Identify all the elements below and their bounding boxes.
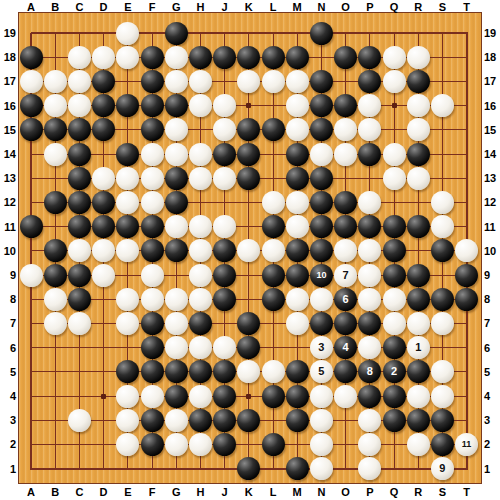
- stone-white-R13: [407, 167, 430, 190]
- stone-white-R18: [407, 46, 430, 69]
- coord-label-left-14: 14: [1, 148, 16, 160]
- stone-white-O14: [334, 143, 357, 166]
- coord-label-right-9: 9: [484, 269, 500, 281]
- stone-white-L17: [262, 70, 285, 93]
- stone-black-N12: [310, 191, 333, 214]
- coord-label-left-2: 2: [1, 438, 16, 450]
- stone-white-O4: [334, 385, 357, 408]
- coord-label-left-9: 9: [1, 269, 16, 281]
- coord-label-right-13: 13: [484, 172, 500, 184]
- stone-black-F15: [141, 118, 164, 141]
- stone-white-L10: [262, 239, 285, 262]
- stone-black-A15: [20, 118, 43, 141]
- coord-label-right-17: 17: [484, 75, 500, 87]
- move-number-7: 7: [343, 270, 349, 281]
- stone-white-O9: 7: [334, 264, 357, 287]
- stone-white-N8: [310, 288, 333, 311]
- coord-label-right-15: 15: [484, 124, 500, 136]
- star-point: [101, 394, 106, 399]
- stone-white-G17: [165, 70, 188, 93]
- stone-black-C12: [68, 191, 91, 214]
- stone-black-F5: [141, 360, 164, 383]
- coord-label-top-L: L: [265, 1, 281, 13]
- stone-black-K14: [237, 143, 260, 166]
- stone-black-J9: [213, 264, 236, 287]
- stone-white-B7: [44, 312, 67, 335]
- stone-black-P14: [358, 143, 381, 166]
- coord-label-right-3: 3: [484, 414, 500, 426]
- coord-label-top-T: T: [459, 1, 475, 13]
- stone-white-N4: [310, 385, 333, 408]
- coord-label-right-2: 2: [484, 438, 500, 450]
- stone-black-R17: [407, 70, 430, 93]
- stone-black-A16: [20, 94, 43, 117]
- stone-white-P3: [358, 409, 381, 432]
- stone-black-Q9: [383, 264, 406, 287]
- stone-black-J2: [213, 433, 236, 456]
- coord-label-bottom-N: N: [313, 486, 329, 498]
- stone-black-N9: 10: [310, 264, 333, 287]
- stone-black-M13: [286, 167, 309, 190]
- coord-label-bottom-S: S: [434, 486, 450, 498]
- stone-white-R2: [407, 433, 430, 456]
- stone-black-G13: [165, 167, 188, 190]
- coord-label-left-6: 6: [1, 342, 16, 354]
- coord-label-right-6: 6: [484, 342, 500, 354]
- stone-black-M3: [286, 409, 309, 432]
- stone-white-S16: [431, 94, 454, 117]
- stone-black-H3: [189, 409, 212, 432]
- coord-label-top-H: H: [192, 1, 208, 13]
- stone-black-L18: [262, 46, 285, 69]
- stone-black-F6: [141, 336, 164, 359]
- coord-label-right-7: 7: [484, 317, 500, 329]
- coord-label-top-A: A: [23, 1, 39, 13]
- coord-label-top-F: F: [144, 1, 160, 13]
- stone-white-J13: [213, 167, 236, 190]
- move-number-8: 8: [367, 366, 373, 377]
- coord-label-top-J: J: [217, 1, 233, 13]
- stone-white-N14: [310, 143, 333, 166]
- stone-white-M16: [286, 94, 309, 117]
- stone-white-A17: [20, 70, 43, 93]
- stone-white-B14: [44, 143, 67, 166]
- star-point: [392, 103, 397, 108]
- stone-black-N17: [310, 70, 333, 93]
- stone-white-B17: [44, 70, 67, 93]
- stone-white-C3: [68, 409, 91, 432]
- stone-black-D12: [92, 191, 115, 214]
- coord-label-bottom-T: T: [459, 486, 475, 498]
- stone-white-C18: [68, 46, 91, 69]
- stone-black-M14: [286, 143, 309, 166]
- stone-black-S2: [431, 433, 454, 456]
- stone-white-Q13: [383, 167, 406, 190]
- coord-label-bottom-J: J: [217, 486, 233, 498]
- stone-black-C11: [68, 215, 91, 238]
- stone-black-C9: [68, 264, 91, 287]
- stone-white-L12: [262, 191, 285, 214]
- stone-black-L8: [262, 288, 285, 311]
- stone-white-S1: 9: [431, 457, 454, 480]
- stone-white-L5: [262, 360, 285, 383]
- coord-label-bottom-M: M: [289, 486, 305, 498]
- stone-black-A11: [20, 215, 43, 238]
- stone-white-M7: [286, 312, 309, 335]
- stone-white-M15: [286, 118, 309, 141]
- stone-white-M8: [286, 288, 309, 311]
- stone-black-B12: [44, 191, 67, 214]
- stone-black-R8: [407, 288, 430, 311]
- stone-white-E19: [116, 22, 139, 45]
- stone-black-M5: [286, 360, 309, 383]
- stone-black-N11: [310, 215, 333, 238]
- stone-black-F16: [141, 94, 164, 117]
- stone-white-P9: [358, 264, 381, 287]
- coord-label-right-11: 11: [484, 221, 500, 233]
- coord-label-right-8: 8: [484, 293, 500, 305]
- coord-label-right-5: 5: [484, 366, 500, 378]
- stone-black-C14: [68, 143, 91, 166]
- stone-white-G18: [165, 46, 188, 69]
- move-number-2: 2: [391, 366, 397, 377]
- coord-label-left-18: 18: [1, 51, 16, 63]
- stone-white-D9: [92, 264, 115, 287]
- stone-white-G11: [165, 215, 188, 238]
- stone-black-L2: [262, 433, 285, 456]
- coord-label-top-R: R: [410, 1, 426, 13]
- stone-black-F3: [141, 409, 164, 432]
- stone-black-O18: [334, 46, 357, 69]
- coord-label-bottom-L: L: [265, 486, 281, 498]
- stone-white-Q8: [383, 288, 406, 311]
- coord-label-left-16: 16: [1, 100, 16, 112]
- coord-label-bottom-G: G: [168, 486, 184, 498]
- stone-white-F12: [141, 191, 164, 214]
- stone-black-N13: [310, 167, 333, 190]
- stone-black-S8: [431, 288, 454, 311]
- coord-label-left-17: 17: [1, 75, 16, 87]
- stone-white-C16: [68, 94, 91, 117]
- coord-label-top-P: P: [362, 1, 378, 13]
- stone-black-N16: [310, 94, 333, 117]
- coord-label-right-12: 12: [484, 196, 500, 208]
- go-diagram-screen: 1076341582119AABBCCDDEEFFGGHHJJKKLLMMNNO…: [0, 0, 500, 500]
- coord-label-bottom-R: R: [410, 486, 426, 498]
- coord-label-left-11: 11: [1, 221, 16, 233]
- stone-white-C17: [68, 70, 91, 93]
- coord-label-right-16: 16: [484, 100, 500, 112]
- stone-white-P8: [358, 288, 381, 311]
- stone-white-E8: [116, 288, 139, 311]
- stone-white-F14: [141, 143, 164, 166]
- stone-white-H6: [189, 336, 212, 359]
- stone-white-H2: [189, 433, 212, 456]
- stone-white-S11: [431, 215, 454, 238]
- stone-white-S7: [431, 312, 454, 335]
- coord-label-top-S: S: [434, 1, 450, 13]
- stone-black-T8: [455, 288, 478, 311]
- stone-black-F18: [141, 46, 164, 69]
- stone-black-A18: [20, 46, 43, 69]
- coord-label-left-10: 10: [1, 245, 16, 257]
- stone-black-G10: [165, 239, 188, 262]
- coord-label-right-18: 18: [484, 51, 500, 63]
- coord-label-left-13: 13: [1, 172, 16, 184]
- stone-white-G3: [165, 409, 188, 432]
- stone-white-D18: [92, 46, 115, 69]
- stone-black-T9: [455, 264, 478, 287]
- stone-white-G8: [165, 288, 188, 311]
- stone-white-F13: [141, 167, 164, 190]
- coord-label-bottom-H: H: [192, 486, 208, 498]
- stone-black-O8: 6: [334, 288, 357, 311]
- coord-label-bottom-E: E: [120, 486, 136, 498]
- stone-black-P18: [358, 46, 381, 69]
- coord-label-left-3: 3: [1, 414, 16, 426]
- coord-label-top-C: C: [71, 1, 87, 13]
- stone-white-H4: [189, 385, 212, 408]
- stone-black-G19: [165, 22, 188, 45]
- stone-black-N19: [310, 22, 333, 45]
- stone-black-K13: [237, 167, 260, 190]
- stone-black-L15: [262, 118, 285, 141]
- stone-white-R4: [407, 385, 430, 408]
- stone-black-Q11: [383, 215, 406, 238]
- stone-black-L11: [262, 215, 285, 238]
- stone-white-E3: [116, 409, 139, 432]
- stone-white-E18: [116, 46, 139, 69]
- coord-label-left-8: 8: [1, 293, 16, 305]
- stone-white-R15: [407, 118, 430, 141]
- stone-white-G7: [165, 312, 188, 335]
- stone-black-J3: [213, 409, 236, 432]
- stone-black-N7: [310, 312, 333, 335]
- stone-black-C8: [68, 288, 91, 311]
- coord-label-top-Q: Q: [386, 1, 402, 13]
- coord-label-left-4: 4: [1, 390, 16, 402]
- stone-white-G14: [165, 143, 188, 166]
- coord-label-top-K: K: [241, 1, 257, 13]
- stone-black-S3: [431, 409, 454, 432]
- move-number-5: 5: [318, 366, 324, 377]
- coord-label-right-1: 1: [484, 463, 500, 475]
- coord-label-bottom-A: A: [23, 486, 39, 498]
- stone-black-F11: [141, 215, 164, 238]
- stone-black-L4: [262, 385, 285, 408]
- coord-label-left-1: 1: [1, 463, 16, 475]
- grid-line-horizontal: [31, 32, 468, 34]
- stone-black-O7: [334, 312, 357, 335]
- coord-label-bottom-D: D: [96, 486, 112, 498]
- stone-white-N2: [310, 433, 333, 456]
- coord-label-left-19: 19: [1, 27, 16, 39]
- coord-label-right-10: 10: [484, 245, 500, 257]
- stone-white-H13: [189, 167, 212, 190]
- stone-white-A9: [20, 264, 43, 287]
- coord-label-top-O: O: [338, 1, 354, 13]
- coord-label-top-M: M: [289, 1, 305, 13]
- stone-white-B16: [44, 94, 67, 117]
- stone-white-R7: [407, 312, 430, 335]
- stone-white-G6: [165, 336, 188, 359]
- stone-black-J8: [213, 288, 236, 311]
- stone-black-P4: [358, 385, 381, 408]
- stone-black-K18: [237, 46, 260, 69]
- stone-black-J4: [213, 385, 236, 408]
- stone-black-G12: [165, 191, 188, 214]
- stone-white-T2: 11: [455, 433, 478, 456]
- stone-white-F9: [141, 264, 164, 287]
- coord-label-right-4: 4: [484, 390, 500, 402]
- move-number-4: 4: [343, 342, 349, 353]
- stone-black-L9: [262, 264, 285, 287]
- stone-black-F2: [141, 433, 164, 456]
- stone-black-Q3: [383, 409, 406, 432]
- stone-white-R6: 1: [407, 336, 430, 359]
- star-point: [246, 103, 251, 108]
- coord-label-top-D: D: [96, 1, 112, 13]
- stone-black-R3: [407, 409, 430, 432]
- stone-white-M17: [286, 70, 309, 93]
- stone-black-Q4: [383, 385, 406, 408]
- stone-white-Q14: [383, 143, 406, 166]
- stone-white-M12: [286, 191, 309, 214]
- stone-white-H9: [189, 264, 212, 287]
- stone-black-R9: [407, 264, 430, 287]
- coord-label-bottom-Q: Q: [386, 486, 402, 498]
- coord-label-bottom-B: B: [47, 486, 63, 498]
- stone-white-S4: [431, 385, 454, 408]
- stone-black-R11: [407, 215, 430, 238]
- stone-black-B9: [44, 264, 67, 287]
- coord-label-right-19: 19: [484, 27, 500, 39]
- stone-white-R16: [407, 94, 430, 117]
- coord-label-left-5: 5: [1, 366, 16, 378]
- stone-black-J18: [213, 46, 236, 69]
- stone-black-K3: [237, 409, 260, 432]
- stone-black-F10: [141, 239, 164, 262]
- stone-white-H8: [189, 288, 212, 311]
- coord-label-left-12: 12: [1, 196, 16, 208]
- stone-black-F7: [141, 312, 164, 335]
- stone-white-Q17: [383, 70, 406, 93]
- stone-black-E14: [116, 143, 139, 166]
- stone-black-D17: [92, 70, 115, 93]
- stone-black-H7: [189, 312, 212, 335]
- stone-white-G2: [165, 433, 188, 456]
- stone-white-C7: [68, 312, 91, 335]
- stone-black-H18: [189, 46, 212, 69]
- coord-label-left-7: 7: [1, 317, 16, 329]
- move-number-10: 10: [316, 271, 326, 280]
- coord-label-bottom-C: C: [71, 486, 87, 498]
- stone-black-Q10: [383, 239, 406, 262]
- stone-black-B10: [44, 239, 67, 262]
- stone-white-H11: [189, 215, 212, 238]
- stone-black-M10: [286, 239, 309, 262]
- move-number-11: 11: [462, 440, 472, 449]
- coord-label-top-B: B: [47, 1, 63, 13]
- coord-label-left-15: 15: [1, 124, 16, 136]
- stone-white-N3: [310, 409, 333, 432]
- stone-black-R14: [407, 143, 430, 166]
- coord-label-right-14: 14: [484, 148, 500, 160]
- coord-label-bottom-O: O: [338, 486, 354, 498]
- move-number-9: 9: [439, 463, 445, 474]
- star-point: [246, 394, 251, 399]
- stone-black-B15: [44, 118, 67, 141]
- stone-white-G15: [165, 118, 188, 141]
- move-number-6: 6: [343, 294, 349, 305]
- move-number-1: 1: [415, 342, 421, 353]
- stone-white-F4: [141, 385, 164, 408]
- stone-white-H17: [189, 70, 212, 93]
- stone-black-M4: [286, 385, 309, 408]
- stone-white-E13: [116, 167, 139, 190]
- stone-black-M1: [286, 457, 309, 480]
- stone-white-B8: [44, 288, 67, 311]
- stone-black-Q6: [383, 336, 406, 359]
- stone-black-M18: [286, 46, 309, 69]
- coord-label-top-N: N: [313, 1, 329, 13]
- stone-white-Q7: [383, 312, 406, 335]
- coord-label-bottom-K: K: [241, 486, 257, 498]
- stone-black-R5: [407, 360, 430, 383]
- coord-label-bottom-F: F: [144, 486, 160, 498]
- stone-white-N6: 3: [310, 336, 333, 359]
- stone-black-Q5: 2: [383, 360, 406, 383]
- stone-white-H14: [189, 143, 212, 166]
- stone-white-H16: [189, 94, 212, 117]
- stone-black-G16: [165, 94, 188, 117]
- stone-black-O12: [334, 191, 357, 214]
- stone-white-Q18: [383, 46, 406, 69]
- stone-white-E4: [116, 385, 139, 408]
- coord-label-top-G: G: [168, 1, 184, 13]
- stone-black-J14: [213, 143, 236, 166]
- stone-white-N1: [310, 457, 333, 480]
- stone-white-M11: [286, 215, 309, 238]
- move-number-3: 3: [318, 342, 324, 353]
- stone-black-G5: [165, 360, 188, 383]
- stone-black-F17: [141, 70, 164, 93]
- stone-black-M9: [286, 264, 309, 287]
- stone-black-G4: [165, 385, 188, 408]
- stone-white-S12: [431, 191, 454, 214]
- stone-black-C13: [68, 167, 91, 190]
- coord-label-top-E: E: [120, 1, 136, 13]
- grid-line-horizontal: [31, 444, 468, 445]
- stone-white-F8: [141, 288, 164, 311]
- coord-label-bottom-P: P: [362, 486, 378, 498]
- stone-white-D13: [92, 167, 115, 190]
